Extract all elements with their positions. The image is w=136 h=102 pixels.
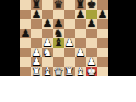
square-g3[interactable] [86, 48, 97, 58]
piece-white-pawn-b2: ♟ [31, 56, 42, 67]
piece-white-pawn-c4: ♟ [42, 37, 53, 48]
piece-black-knight-d5: ♞ [53, 28, 64, 39]
square-e7[interactable] [64, 10, 75, 20]
piece-white-king-g1: ♚ [86, 66, 97, 77]
square-f5[interactable] [75, 29, 86, 39]
piece-white-pawn-b3: ♟ [31, 47, 42, 58]
piece-white-queen-d1: ♛ [53, 66, 64, 77]
square-d8[interactable]: ♛ [53, 0, 64, 10]
square-b2[interactable]: ♟ [31, 57, 42, 67]
bottom-whitespace [0, 76, 136, 102]
square-a4[interactable] [20, 38, 31, 48]
piece-black-pawn-d6: ♟ [53, 18, 64, 29]
square-a6[interactable] [20, 19, 31, 29]
piece-black-pawn-f7: ♟ [75, 9, 86, 20]
piece-white-pawn-e4: ♟ [64, 37, 75, 48]
piece-black-queen-d8: ♛ [53, 0, 64, 10]
square-h5[interactable] [97, 29, 108, 39]
piece-white-rook-e1: ♜ [64, 66, 75, 77]
piece-white-rook-b1: ♜ [31, 66, 42, 77]
square-e3[interactable] [64, 48, 75, 58]
square-c3[interactable]: ♞ [42, 48, 53, 58]
square-a3[interactable] [20, 48, 31, 58]
square-g7[interactable] [86, 10, 97, 20]
square-g2[interactable]: ♟ [86, 57, 97, 67]
square-h1[interactable] [97, 67, 108, 77]
piece-black-pawn-a5: ♟ [20, 28, 31, 39]
square-a1[interactable] [20, 67, 31, 77]
piece-white-pawn-f3: ♟ [75, 47, 86, 58]
square-d4[interactable]: ♝ [53, 38, 64, 48]
chess-board: ♜♛♜♚♟♟♟♟♟♟♟♞♟♝♟♟♞♟♟♟♜♝♛♜♝♚ [20, 0, 108, 76]
square-c6[interactable]: ♟ [42, 19, 53, 29]
square-d6[interactable]: ♟ [53, 19, 64, 29]
square-g1[interactable]: ♚ [86, 67, 97, 77]
square-c7[interactable] [42, 10, 53, 20]
square-h3[interactable] [97, 48, 108, 58]
square-d5[interactable]: ♞ [53, 29, 64, 39]
square-f8[interactable]: ♜ [75, 0, 86, 10]
square-g4[interactable] [86, 38, 97, 48]
square-h6[interactable] [97, 19, 108, 29]
screenshot-canvas: ♜♛♜♚♟♟♟♟♟♟♟♞♟♝♟♟♞♟♟♟♜♝♛♜♝♚ [0, 0, 136, 102]
square-c4[interactable]: ♟ [42, 38, 53, 48]
square-c5[interactable] [42, 29, 53, 39]
square-b4[interactable] [31, 38, 42, 48]
square-e2[interactable] [64, 57, 75, 67]
square-d1[interactable]: ♛ [53, 67, 64, 77]
piece-white-knight-c3: ♞ [42, 47, 53, 58]
square-c8[interactable] [42, 0, 53, 10]
square-f2[interactable] [75, 57, 86, 67]
square-a2[interactable] [20, 57, 31, 67]
square-g8[interactable]: ♚ [86, 0, 97, 10]
piece-black-pawn-g6: ♟ [86, 18, 97, 29]
square-e6[interactable] [64, 19, 75, 29]
square-d7[interactable] [53, 10, 64, 20]
square-a7[interactable] [20, 10, 31, 20]
square-c2[interactable] [42, 57, 53, 67]
square-f6[interactable] [75, 19, 86, 29]
square-g5[interactable] [86, 29, 97, 39]
square-c1[interactable]: ♝ [42, 67, 53, 77]
square-h7[interactable]: ♟ [97, 10, 108, 20]
piece-black-rook-f8: ♜ [75, 0, 86, 10]
square-e1[interactable]: ♜ [64, 67, 75, 77]
piece-black-pawn-h7: ♟ [97, 9, 108, 20]
square-g6[interactable]: ♟ [86, 19, 97, 29]
square-a8[interactable] [20, 0, 31, 10]
square-f1[interactable]: ♝ [75, 67, 86, 77]
square-d3[interactable] [53, 48, 64, 58]
square-d2[interactable] [53, 57, 64, 67]
square-f4[interactable] [75, 38, 86, 48]
square-b8[interactable]: ♜ [31, 0, 42, 10]
square-f7[interactable]: ♟ [75, 10, 86, 20]
piece-white-pawn-g2: ♟ [86, 56, 97, 67]
piece-black-king-g8: ♚ [86, 0, 97, 10]
square-b7[interactable]: ♟ [31, 10, 42, 20]
piece-black-rook-b8: ♜ [31, 0, 42, 10]
piece-white-bishop-f1: ♝ [75, 66, 86, 77]
square-e5[interactable] [64, 29, 75, 39]
square-b3[interactable]: ♟ [31, 48, 42, 58]
square-h4[interactable] [97, 38, 108, 48]
square-b6[interactable] [31, 19, 42, 29]
square-b1[interactable]: ♜ [31, 67, 42, 77]
piece-black-pawn-c6: ♟ [42, 18, 53, 29]
square-e4[interactable]: ♟ [64, 38, 75, 48]
square-e8[interactable] [64, 0, 75, 10]
piece-black-bishop-d4: ♝ [53, 37, 64, 48]
square-h2[interactable] [97, 57, 108, 67]
piece-white-bishop-c1: ♝ [42, 66, 53, 77]
square-b5[interactable] [31, 29, 42, 39]
square-f3[interactable]: ♟ [75, 48, 86, 58]
piece-black-pawn-b7: ♟ [31, 9, 42, 20]
square-a5[interactable]: ♟ [20, 29, 31, 39]
square-h8[interactable] [97, 0, 108, 10]
